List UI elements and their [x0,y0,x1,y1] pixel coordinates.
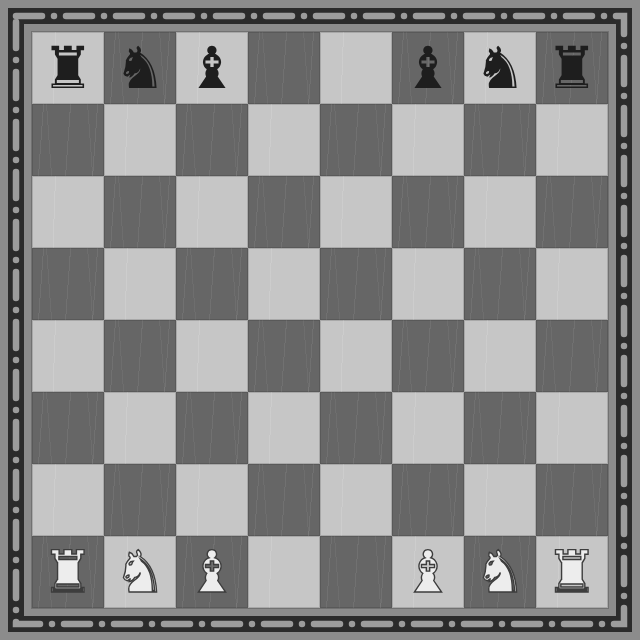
square-b1[interactable]: ♞ [104,536,176,608]
square-f3[interactable] [392,392,464,464]
square-g8[interactable]: ♞ [464,32,536,104]
square-f1[interactable]: ♝ [392,536,464,608]
square-h3[interactable] [536,392,608,464]
piece-black-knight[interactable]: ♞ [474,39,526,97]
square-b7[interactable] [104,104,176,176]
square-e8[interactable] [320,32,392,104]
square-c2[interactable] [176,464,248,536]
piece-black-rook[interactable]: ♜ [42,39,94,97]
square-h2[interactable] [536,464,608,536]
square-h8[interactable]: ♜ [536,32,608,104]
square-e4[interactable] [320,320,392,392]
square-h1[interactable]: ♜ [536,536,608,608]
square-d1[interactable] [248,536,320,608]
square-f8[interactable]: ♝ [392,32,464,104]
square-c7[interactable] [176,104,248,176]
square-b3[interactable] [104,392,176,464]
square-g2[interactable] [464,464,536,536]
square-b2[interactable] [104,464,176,536]
piece-white-bishop[interactable]: ♝ [186,543,238,601]
square-a5[interactable] [32,248,104,320]
square-e5[interactable] [320,248,392,320]
square-c5[interactable] [176,248,248,320]
square-d5[interactable] [248,248,320,320]
chessboard-scene: ♜♞♝♝♞♜♜♞♝♝♞♜ [0,0,640,640]
square-h4[interactable] [536,320,608,392]
square-b8[interactable]: ♞ [104,32,176,104]
piece-white-knight[interactable]: ♞ [114,543,166,601]
square-h7[interactable] [536,104,608,176]
square-e3[interactable] [320,392,392,464]
square-a7[interactable] [32,104,104,176]
piece-black-knight[interactable]: ♞ [114,39,166,97]
square-e6[interactable] [320,176,392,248]
square-h6[interactable] [536,176,608,248]
piece-white-bishop[interactable]: ♝ [402,543,454,601]
square-c3[interactable] [176,392,248,464]
piece-white-knight[interactable]: ♞ [474,543,526,601]
square-f4[interactable] [392,320,464,392]
board: ♜♞♝♝♞♜♜♞♝♝♞♜ [32,32,608,608]
square-b4[interactable] [104,320,176,392]
square-g7[interactable] [464,104,536,176]
square-e7[interactable] [320,104,392,176]
square-d8[interactable] [248,32,320,104]
square-e1[interactable] [320,536,392,608]
square-f7[interactable] [392,104,464,176]
square-c1[interactable]: ♝ [176,536,248,608]
square-a6[interactable] [32,176,104,248]
square-g6[interactable] [464,176,536,248]
piece-black-bishop[interactable]: ♝ [186,39,238,97]
square-b5[interactable] [104,248,176,320]
square-f2[interactable] [392,464,464,536]
square-d3[interactable] [248,392,320,464]
square-a4[interactable] [32,320,104,392]
square-g5[interactable] [464,248,536,320]
square-g1[interactable]: ♞ [464,536,536,608]
piece-white-rook[interactable]: ♜ [42,543,94,601]
square-a2[interactable] [32,464,104,536]
square-d2[interactable] [248,464,320,536]
square-h5[interactable] [536,248,608,320]
square-f6[interactable] [392,176,464,248]
square-f5[interactable] [392,248,464,320]
square-b6[interactable] [104,176,176,248]
square-a1[interactable]: ♜ [32,536,104,608]
square-d6[interactable] [248,176,320,248]
square-c8[interactable]: ♝ [176,32,248,104]
square-d7[interactable] [248,104,320,176]
piece-white-rook[interactable]: ♜ [546,543,598,601]
square-g4[interactable] [464,320,536,392]
piece-black-bishop[interactable]: ♝ [402,39,454,97]
square-d4[interactable] [248,320,320,392]
square-e2[interactable] [320,464,392,536]
square-a3[interactable] [32,392,104,464]
square-g3[interactable] [464,392,536,464]
piece-black-rook[interactable]: ♜ [546,39,598,97]
square-c6[interactable] [176,176,248,248]
square-c4[interactable] [176,320,248,392]
square-a8[interactable]: ♜ [32,32,104,104]
